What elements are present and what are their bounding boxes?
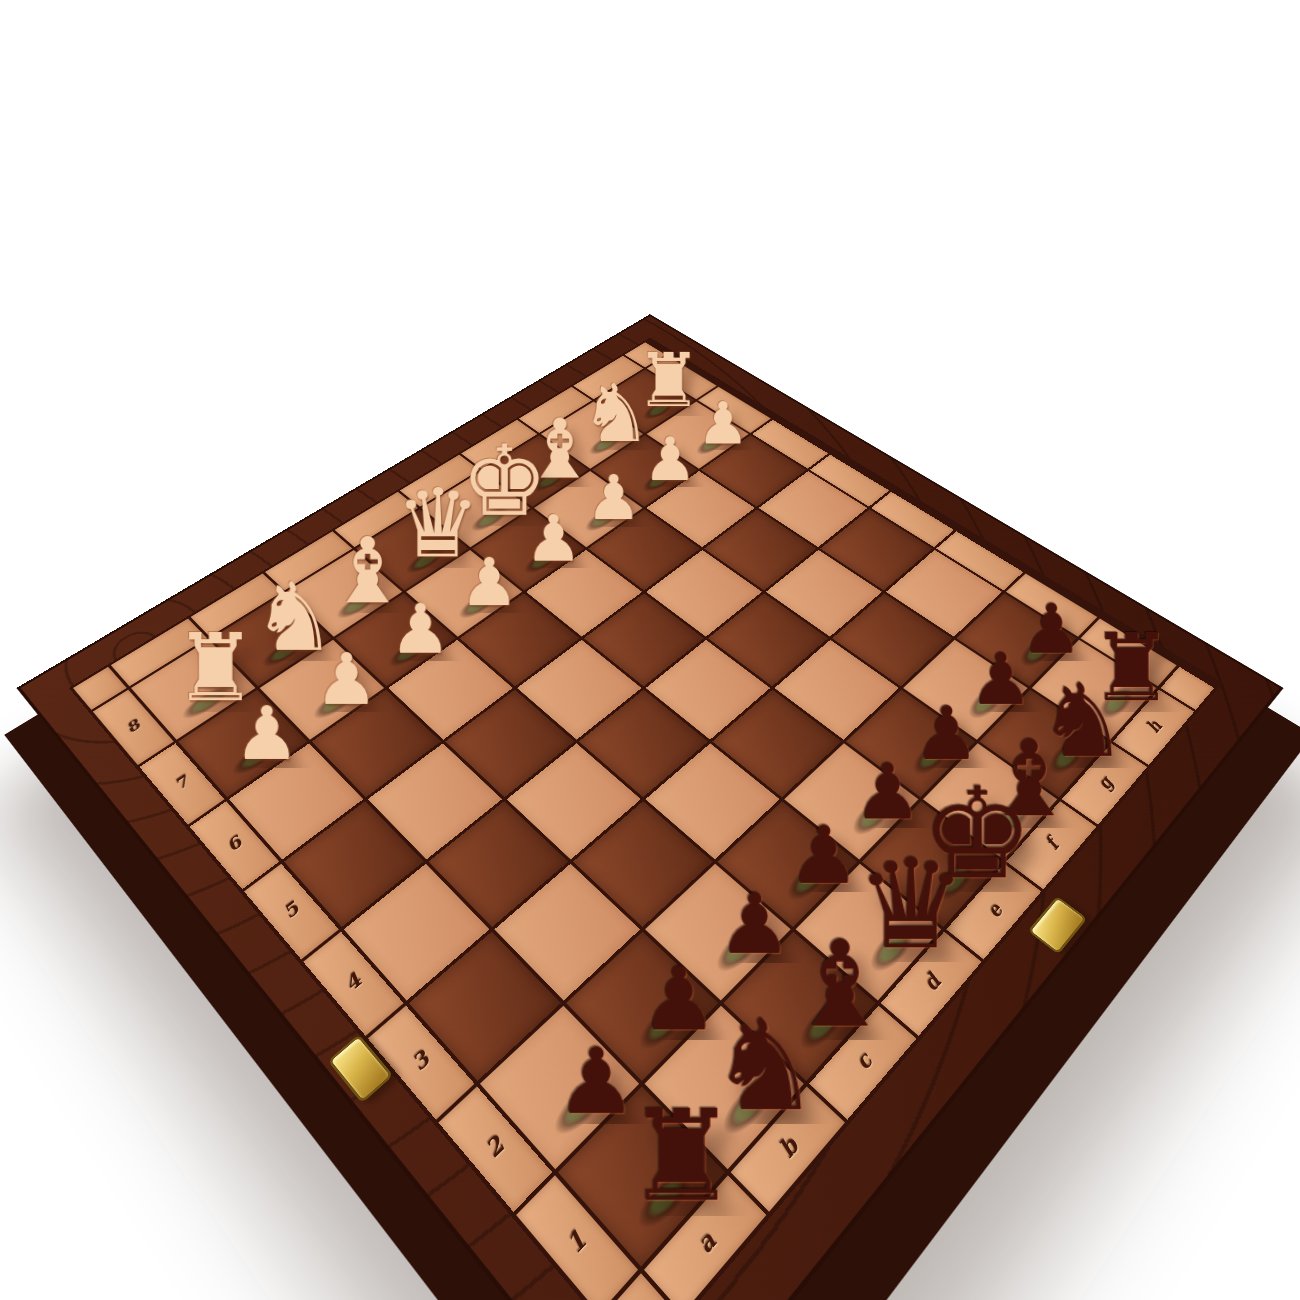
chess-board-box: 8♜♞♝♛♚♝♞♜7♟♟♟♟♟♟♟♟65432♟♟♟♟♟♟♟♟1♜♞♝♛♚♝♞♜… (16, 314, 1283, 1300)
board-with-coordinates: 8♜♞♝♛♚♝♞♜7♟♟♟♟♟♟♟♟65432♟♟♟♟♟♟♟♟1♜♞♝♛♚♝♞♜… (69, 337, 1223, 1300)
coordinate-label: 3 (407, 1047, 434, 1076)
piece-light-pawn[interactable]: ♟ (220, 700, 313, 768)
coordinate-label: 7 (170, 773, 192, 794)
coordinate-label: h (1142, 717, 1167, 736)
brass-latch-right (1027, 896, 1087, 955)
coordinate-label: 2 (480, 1131, 509, 1163)
coordinate-label: 8 (122, 717, 143, 736)
product-photo-scene: 8♜♞♝♛♚♝♞♜7♟♟♟♟♟♟♟♟65432♟♟♟♟♟♟♟♟1♜♞♝♛♚♝♞♜… (0, 0, 1300, 1300)
coordinate-label: e (981, 899, 1008, 922)
coordinate-label: b (773, 1131, 803, 1163)
coordinate-label: c (849, 1047, 877, 1074)
coordinate-label: f (1040, 835, 1064, 854)
piece-light-pawn[interactable]: ♟ (302, 647, 392, 712)
coordinate-label: a (691, 1225, 722, 1259)
coordinate-label: 6 (222, 833, 245, 855)
coordinate-label: g (1092, 773, 1118, 794)
board-3d-tilt: 8♜♞♝♛♚♝♞♜7♟♟♟♟♟♟♟♟65432♟♟♟♟♟♟♟♟1♜♞♝♛♚♝♞♜… (16, 314, 1283, 1300)
coordinate-label: 4 (340, 969, 366, 995)
piece-dark-rook[interactable]: ♜ (622, 1100, 743, 1216)
coordinate-label: 1 (561, 1225, 592, 1260)
coordinate-label: 5 (279, 898, 304, 922)
rank-label-3: 3 (368, 1006, 475, 1120)
coordinate-label: d (918, 969, 946, 995)
